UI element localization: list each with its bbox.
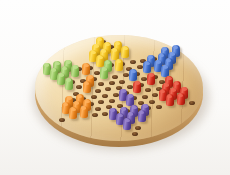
hole-r12-12[interactable]: [189, 101, 195, 105]
peg-red-r12-10[interactable]: [166, 94, 174, 106]
peg-purple-r11-6[interactable]: [126, 94, 134, 106]
peg-yellow-r3-2[interactable]: [111, 48, 119, 60]
hole-r7-3[interactable]: [98, 82, 104, 86]
peg-red-r12-11[interactable]: [177, 93, 185, 105]
peg-yellow-r5-6[interactable]: [115, 59, 123, 71]
hole-r7-1[interactable]: [76, 85, 82, 89]
hole-r5-8[interactable]: [137, 65, 143, 69]
hole-r12-4[interactable]: [102, 112, 108, 116]
peg-purple-r15-0[interactable]: [123, 118, 131, 130]
peg-orange-r12-1[interactable]: [69, 107, 77, 119]
hole-r7-7[interactable]: [141, 77, 147, 81]
peg-red-r8-7[interactable]: [147, 73, 155, 85]
peg-green-r7-0[interactable]: [65, 78, 73, 90]
peg-blue-r6-8[interactable]: [143, 61, 151, 73]
peg-orange-r12-2[interactable]: [80, 106, 88, 118]
hole-r15-1[interactable]: [135, 126, 141, 130]
hole-r10-3[interactable]: [98, 100, 104, 104]
hole-r9-7[interactable]: [145, 88, 151, 92]
hole-r7-4[interactable]: [109, 81, 115, 85]
hole-r9-4[interactable]: [113, 93, 119, 97]
hole-r4-8[interactable]: [130, 60, 136, 64]
hole-r8-3[interactable]: [105, 87, 111, 91]
hole-r9-2[interactable]: [91, 95, 97, 99]
hole-r12-3[interactable]: [92, 113, 98, 117]
peg-green-r6-4[interactable]: [100, 67, 108, 79]
peg-orange-r8-1[interactable]: [83, 81, 91, 93]
photo-scene: Round wooden Chinese checkers board with…: [0, 0, 230, 175]
peg-orange-r5-3[interactable]: [82, 63, 90, 75]
peg-field: [0, 0, 230, 175]
hole-r8-5[interactable]: [127, 85, 133, 89]
peg-blue-r7-9[interactable]: [161, 65, 169, 77]
hole-r6-6[interactable]: [123, 73, 129, 77]
hole-r12-9[interactable]: [156, 105, 162, 109]
hole-r16-0[interactable]: [132, 132, 138, 136]
hole-r9-3[interactable]: [102, 94, 108, 98]
peg-red-r9-6[interactable]: [133, 81, 141, 93]
peg-blue-r7-6[interactable]: [129, 69, 137, 81]
hole-r10-8[interactable]: [152, 93, 158, 97]
hole-r11-8[interactable]: [149, 100, 155, 104]
hole-r10-4[interactable]: [109, 99, 115, 103]
peg-yellow-r3-3[interactable]: [121, 46, 129, 58]
hole-r11-3[interactable]: [95, 107, 101, 111]
hole-r7-5[interactable]: [119, 80, 125, 84]
hole-r6-5[interactable]: [112, 75, 118, 79]
hole-r8-2[interactable]: [95, 89, 101, 93]
hole-r12-0[interactable]: [59, 118, 65, 122]
hole-r5-4[interactable]: [94, 71, 100, 75]
hole-r10-7[interactable]: [142, 95, 148, 99]
peg-green-r5-2[interactable]: [71, 65, 79, 77]
peg-purple-r14-2[interactable]: [138, 110, 146, 122]
